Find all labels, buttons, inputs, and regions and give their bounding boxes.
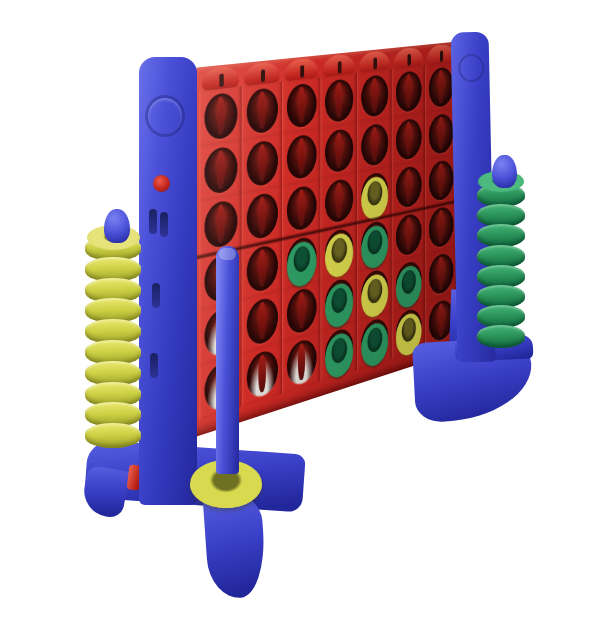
board-cell — [392, 113, 425, 166]
yellow-stack-pole-cap — [104, 209, 130, 243]
empty-hole — [286, 336, 316, 388]
board-cell — [199, 86, 242, 146]
empty-hole — [246, 191, 277, 241]
empty-hole — [204, 91, 237, 141]
empty-hole — [396, 164, 422, 209]
green-ring — [477, 224, 525, 247]
empty-hole — [429, 112, 454, 155]
board-cell — [282, 331, 320, 394]
product-photo-giant-connect-four: { "game": "connect-four", "description":… — [0, 0, 599, 622]
board-cell — [282, 77, 320, 133]
front-pole — [216, 246, 239, 474]
empty-hole — [246, 139, 277, 188]
empty-hole — [361, 74, 388, 118]
board-cell — [282, 128, 320, 186]
empty-hole — [204, 198, 237, 250]
board-cell — [242, 342, 282, 407]
empty-hole — [325, 127, 353, 174]
yellow-ring — [85, 423, 141, 448]
hole: ● — [286, 234, 316, 284]
board-cell — [242, 134, 282, 193]
empty-hole — [246, 295, 277, 347]
board-cell: ● — [357, 311, 392, 370]
board-cell — [242, 82, 282, 140]
empty-hole — [204, 145, 237, 196]
board-cell — [199, 140, 242, 201]
empty-hole — [429, 205, 454, 250]
board-cell — [320, 73, 357, 128]
left-post-slot — [152, 283, 160, 308]
board-cell — [357, 69, 392, 122]
green-ring — [477, 325, 525, 348]
board-cell — [392, 65, 425, 117]
empty-hole — [246, 347, 277, 400]
empty-hole — [396, 70, 422, 113]
empty-hole — [286, 82, 316, 129]
empty-hole — [286, 133, 316, 181]
empty-hole — [429, 158, 454, 202]
front-pole-base-ring-front — [190, 484, 262, 510]
left-support-post — [139, 57, 197, 505]
empty-hole — [286, 285, 316, 336]
left-foot-pad — [80, 465, 130, 520]
green-disc: ● — [327, 326, 350, 375]
board-cell: ● — [320, 320, 357, 381]
left-post-slot — [149, 209, 157, 234]
green-disc: ● — [364, 316, 386, 363]
empty-hole — [246, 86, 277, 134]
empty-hole — [429, 251, 454, 297]
board-cell — [392, 160, 425, 214]
empty-hole — [429, 66, 454, 108]
empty-hole — [396, 117, 422, 161]
board-cell — [320, 123, 357, 179]
empty-hole — [325, 78, 353, 124]
green-stack-pole-cap — [492, 155, 517, 188]
left-post-emboss-circle — [145, 95, 185, 137]
left-post-slot — [160, 212, 168, 237]
hole: ● — [325, 326, 353, 376]
left-post-slot — [150, 353, 158, 378]
left-post-red-peg — [153, 175, 170, 192]
hole: ● — [361, 316, 388, 365]
right-post-emboss-circle — [458, 54, 485, 83]
green-disc: ● — [289, 235, 313, 283]
empty-hole — [246, 243, 277, 294]
board-cell — [425, 154, 457, 207]
